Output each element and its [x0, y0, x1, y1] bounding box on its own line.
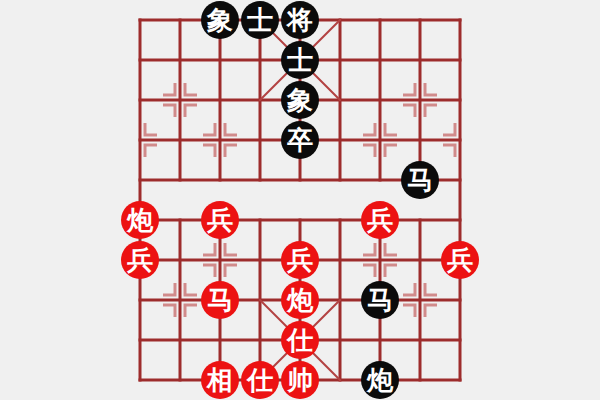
piece-red-horse[interactable]: 马	[201, 281, 239, 319]
piece-red-elephant[interactable]: 相	[201, 361, 239, 399]
piece-red-soldier[interactable]: 兵	[121, 241, 159, 279]
xiangqi-board[interactable]: 象士将士象卒马炮兵兵兵兵兵马炮马仕相仕帅炮	[120, 0, 480, 400]
piece-red-cannon[interactable]: 炮	[121, 201, 159, 239]
piece-black-advisor[interactable]: 士	[281, 41, 319, 79]
piece-black-horse[interactable]: 马	[361, 281, 399, 319]
piece-black-elephant[interactable]: 象	[201, 1, 239, 39]
piece-red-cannon[interactable]: 炮	[281, 281, 319, 319]
piece-red-soldier[interactable]: 兵	[361, 201, 399, 239]
xiangqi-screen: 象士将士象卒马炮兵兵兵兵兵马炮马仕相仕帅炮	[0, 0, 600, 400]
piece-red-soldier[interactable]: 兵	[201, 201, 239, 239]
piece-red-advisor[interactable]: 仕	[281, 321, 319, 359]
piece-red-soldier[interactable]: 兵	[441, 241, 479, 279]
piece-black-cannon[interactable]: 炮	[361, 361, 399, 399]
piece-red-general[interactable]: 帅	[281, 361, 319, 399]
piece-black-soldier[interactable]: 卒	[281, 121, 319, 159]
piece-black-elephant[interactable]: 象	[281, 81, 319, 119]
piece-black-horse[interactable]: 马	[401, 161, 439, 199]
piece-black-general[interactable]: 将	[281, 1, 319, 39]
piece-red-soldier[interactable]: 兵	[281, 241, 319, 279]
piece-black-advisor[interactable]: 士	[241, 1, 279, 39]
piece-red-advisor[interactable]: 仕	[241, 361, 279, 399]
